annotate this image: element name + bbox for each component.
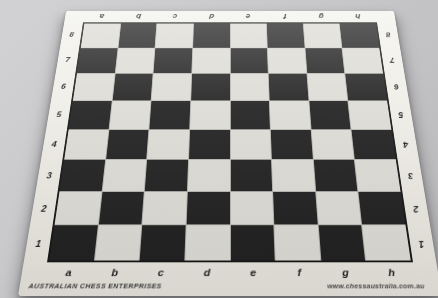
square-a7[interactable]: [77, 48, 117, 73]
square-d7[interactable]: [192, 48, 230, 73]
file-label-top-g: g: [318, 13, 324, 20]
square-h4[interactable]: [352, 130, 396, 159]
square-e5[interactable]: [230, 101, 270, 129]
square-b6[interactable]: [112, 74, 152, 100]
square-d5[interactable]: [190, 101, 230, 129]
square-h2[interactable]: [359, 192, 406, 225]
square-c4[interactable]: [147, 130, 189, 159]
rank-label-right-8: 8: [386, 31, 391, 38]
file-label-top-d: d: [209, 13, 214, 20]
square-a4[interactable]: [64, 130, 108, 159]
square-d1[interactable]: [185, 226, 229, 261]
rank-label-right-7: 7: [390, 56, 396, 63]
square-b3[interactable]: [102, 160, 146, 191]
square-d8[interactable]: [193, 24, 230, 48]
square-f2[interactable]: [273, 192, 317, 225]
square-a6[interactable]: [73, 74, 114, 100]
square-h7[interactable]: [343, 48, 383, 73]
square-c6[interactable]: [152, 74, 192, 100]
chess-board: [47, 22, 413, 262]
square-a3[interactable]: [60, 160, 105, 191]
file-label-top-a: a: [99, 13, 105, 20]
square-c7[interactable]: [154, 48, 192, 73]
file-label-top-e: e: [246, 13, 251, 20]
square-f7[interactable]: [268, 48, 306, 73]
square-g2[interactable]: [316, 192, 361, 225]
square-f5[interactable]: [270, 101, 311, 129]
website-text: www.chessaustralia.com.au: [327, 283, 425, 290]
square-b7[interactable]: [115, 48, 154, 73]
square-e8[interactable]: [230, 24, 267, 48]
square-f6[interactable]: [269, 74, 309, 100]
square-f3[interactable]: [272, 160, 315, 191]
square-a1[interactable]: [49, 226, 97, 261]
square-e7[interactable]: [230, 48, 268, 73]
rank-label-right-3: 3: [408, 171, 414, 180]
square-e6[interactable]: [230, 74, 269, 100]
rank-label-left-2: 2: [41, 204, 48, 213]
brand-text: AUSTRALIAN CHESS ENTERPRISES: [28, 283, 162, 290]
file-label-bottom-d: d: [204, 267, 211, 278]
square-h6[interactable]: [346, 74, 387, 100]
mat-bottom-margin: AUSTRALIAN CHESS ENTERPRISES www.chessau…: [18, 283, 438, 296]
square-e4[interactable]: [230, 130, 271, 159]
rank-label-left-5: 5: [56, 111, 62, 119]
square-c8[interactable]: [156, 24, 193, 48]
square-g3[interactable]: [314, 160, 358, 191]
square-h8[interactable]: [340, 24, 379, 48]
chess-mat: abcdefgh 87654321 87654321 abcdefgh AUST…: [18, 11, 438, 296]
rank-label-left-6: 6: [60, 83, 66, 90]
square-a5[interactable]: [69, 101, 112, 129]
square-f8[interactable]: [267, 24, 304, 48]
square-h3[interactable]: [355, 160, 400, 191]
rank-label-left-3: 3: [46, 171, 52, 180]
square-d2[interactable]: [186, 192, 229, 225]
square-f1[interactable]: [274, 226, 320, 261]
file-label-top-f: f: [283, 13, 286, 20]
file-label-bottom-h: h: [387, 267, 395, 278]
square-g1[interactable]: [318, 226, 365, 261]
file-labels-bottom: abcdefgh: [44, 262, 416, 282]
square-d3[interactable]: [188, 160, 230, 191]
file-label-bottom-a: a: [65, 267, 72, 278]
square-b4[interactable]: [106, 130, 149, 159]
rank-label-right-2: 2: [413, 204, 420, 213]
square-f4[interactable]: [271, 130, 313, 159]
photo-background: abcdefgh 87654321 87654321 abcdefgh AUST…: [0, 0, 438, 298]
square-e3[interactable]: [230, 160, 272, 191]
square-c2[interactable]: [143, 192, 187, 225]
rank-label-right-6: 6: [394, 83, 400, 90]
rank-label-left-1: 1: [35, 239, 42, 249]
square-e1[interactable]: [230, 226, 274, 261]
rank-label-right-1: 1: [418, 239, 425, 249]
square-c5[interactable]: [150, 101, 191, 129]
square-b5[interactable]: [109, 101, 151, 129]
rank-label-left-7: 7: [65, 56, 71, 63]
square-a8[interactable]: [81, 24, 120, 48]
square-b2[interactable]: [99, 192, 144, 225]
square-a2[interactable]: [55, 192, 102, 225]
square-g8[interactable]: [303, 24, 341, 48]
file-label-top-h: h: [355, 13, 361, 20]
square-g6[interactable]: [307, 74, 347, 100]
square-e2[interactable]: [230, 192, 273, 225]
square-b8[interactable]: [118, 24, 156, 48]
square-g5[interactable]: [309, 101, 351, 129]
square-g4[interactable]: [311, 130, 354, 159]
rank-label-right-4: 4: [403, 140, 409, 148]
square-h5[interactable]: [349, 101, 392, 129]
square-d6[interactable]: [191, 74, 230, 100]
file-label-bottom-c: c: [157, 267, 164, 278]
square-h1[interactable]: [362, 226, 410, 261]
rank-label-left-8: 8: [69, 31, 74, 38]
square-g7[interactable]: [305, 48, 344, 73]
square-c1[interactable]: [140, 226, 186, 261]
rank-label-left-4: 4: [51, 140, 57, 148]
square-b1[interactable]: [95, 226, 142, 261]
square-c3[interactable]: [145, 160, 188, 191]
square-d4[interactable]: [189, 130, 230, 159]
file-label-bottom-e: e: [250, 267, 256, 278]
file-label-top-b: b: [136, 13, 142, 20]
rank-label-right-5: 5: [398, 111, 404, 119]
file-labels-top: abcdefgh: [83, 11, 377, 23]
file-label-bottom-g: g: [341, 267, 349, 278]
file-label-top-c: c: [173, 13, 178, 20]
file-label-bottom-b: b: [111, 267, 119, 278]
file-label-bottom-f: f: [297, 267, 301, 278]
